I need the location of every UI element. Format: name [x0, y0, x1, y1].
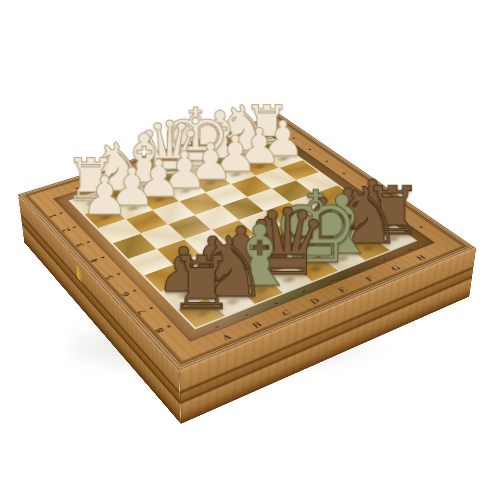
dark-rook: ♜ [169, 247, 235, 320]
white-pawn: ♟ [81, 169, 128, 222]
product-photo-scene: ♜♞♝♛♚♝♞♜♟♟♟♟♟♟♟♟♟♟♟♟♟♟♟♟♜♞♝♛♚♝♞♜ A1B2C3D… [0, 0, 500, 500]
brass-latch-icon [76, 265, 81, 282]
